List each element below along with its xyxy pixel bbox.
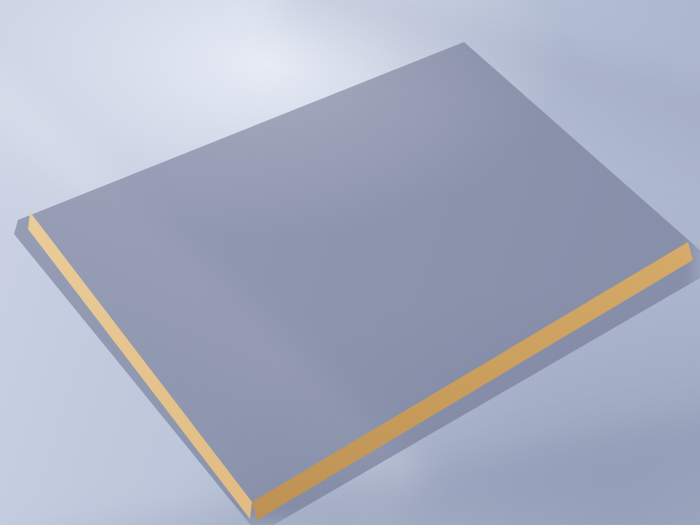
photo-scene: [0, 0, 700, 525]
